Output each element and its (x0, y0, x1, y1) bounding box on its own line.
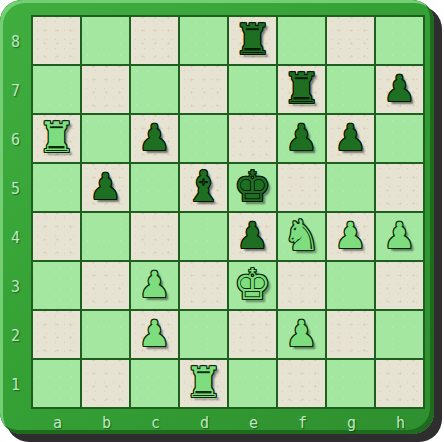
rank-label-7: 7 (0, 66, 31, 115)
square-f3[interactable] (278, 262, 325, 309)
square-g6[interactable]: ♟ (327, 115, 374, 162)
file-label-d: d (180, 412, 229, 434)
square-g7[interactable] (327, 66, 374, 113)
rank-label-1: 1 (0, 360, 31, 409)
chess-board: ♜♜♟♜♟♟♟♟♝♚♟♞♟♟♟♚♟♟♜ (31, 15, 425, 409)
square-h7[interactable]: ♟ (376, 66, 423, 113)
square-f7[interactable]: ♜ (278, 66, 325, 113)
square-f1[interactable] (278, 360, 325, 407)
square-a4[interactable] (33, 213, 80, 260)
rank-labels: 87654321 (0, 17, 31, 409)
square-h8[interactable] (376, 17, 423, 64)
square-d7[interactable] (180, 66, 227, 113)
square-a8[interactable] (33, 17, 80, 64)
rank-label-4: 4 (0, 213, 31, 262)
white-rook[interactable]: ♜ (185, 362, 223, 404)
square-b3[interactable] (82, 262, 129, 309)
square-f2[interactable]: ♟ (278, 311, 325, 358)
chess-app-window: 87654321 ♜♜♟♜♟♟♟♟♝♚♟♞♟♟♟♚♟♟♜ abcdefgh (0, 0, 444, 442)
square-a1[interactable] (33, 360, 80, 407)
square-b1[interactable] (82, 360, 129, 407)
black-pawn[interactable]: ♟ (138, 120, 170, 156)
white-rook[interactable]: ♜ (38, 117, 76, 159)
white-knight[interactable]: ♞ (283, 215, 321, 257)
square-c5[interactable] (131, 164, 178, 211)
square-g8[interactable] (327, 17, 374, 64)
square-b8[interactable] (82, 17, 129, 64)
square-d3[interactable] (180, 262, 227, 309)
black-pawn[interactable]: ♟ (383, 71, 415, 107)
square-d1[interactable]: ♜ (180, 360, 227, 407)
square-e3[interactable]: ♚ (229, 262, 276, 309)
square-b7[interactable] (82, 66, 129, 113)
file-label-b: b (82, 412, 131, 434)
rank-label-3: 3 (0, 262, 31, 311)
square-h4[interactable]: ♟ (376, 213, 423, 260)
white-pawn[interactable]: ♟ (285, 316, 317, 352)
square-e8[interactable]: ♜ (229, 17, 276, 64)
square-f6[interactable]: ♟ (278, 115, 325, 162)
square-a5[interactable] (33, 164, 80, 211)
square-b5[interactable]: ♟ (82, 164, 129, 211)
square-c4[interactable] (131, 213, 178, 260)
square-h3[interactable] (376, 262, 423, 309)
file-labels: abcdefgh (33, 412, 425, 434)
square-h5[interactable] (376, 164, 423, 211)
square-f5[interactable] (278, 164, 325, 211)
file-label-g: g (327, 412, 376, 434)
square-h6[interactable] (376, 115, 423, 162)
white-pawn[interactable]: ♟ (383, 218, 415, 254)
square-d2[interactable] (180, 311, 227, 358)
black-king[interactable]: ♚ (234, 166, 272, 208)
black-bishop[interactable]: ♝ (185, 166, 223, 208)
square-e7[interactable] (229, 66, 276, 113)
square-e1[interactable] (229, 360, 276, 407)
file-label-f: f (278, 412, 327, 434)
square-h1[interactable] (376, 360, 423, 407)
square-g5[interactable] (327, 164, 374, 211)
rank-label-2: 2 (0, 311, 31, 360)
white-pawn[interactable]: ♟ (138, 316, 170, 352)
square-d5[interactable]: ♝ (180, 164, 227, 211)
square-e6[interactable] (229, 115, 276, 162)
square-e4[interactable]: ♟ (229, 213, 276, 260)
square-c2[interactable]: ♟ (131, 311, 178, 358)
square-h2[interactable] (376, 311, 423, 358)
file-label-h: h (376, 412, 425, 434)
white-king[interactable]: ♚ (234, 264, 272, 306)
rank-label-6: 6 (0, 115, 31, 164)
black-rook[interactable]: ♜ (283, 68, 321, 110)
black-pawn[interactable]: ♟ (334, 120, 366, 156)
white-pawn[interactable]: ♟ (334, 218, 366, 254)
square-e5[interactable]: ♚ (229, 164, 276, 211)
square-d6[interactable] (180, 115, 227, 162)
square-d8[interactable] (180, 17, 227, 64)
square-b4[interactable] (82, 213, 129, 260)
file-label-c: c (131, 412, 180, 434)
square-c6[interactable]: ♟ (131, 115, 178, 162)
square-d4[interactable] (180, 213, 227, 260)
file-label-e: e (229, 412, 278, 434)
black-pawn[interactable]: ♟ (89, 169, 121, 205)
board-frame: 87654321 ♜♜♟♜♟♟♟♟♝♚♟♞♟♟♟♚♟♟♜ abcdefgh (0, 0, 434, 434)
square-f8[interactable] (278, 17, 325, 64)
file-label-a: a (33, 412, 82, 434)
square-a3[interactable] (33, 262, 80, 309)
square-g2[interactable] (327, 311, 374, 358)
square-c8[interactable] (131, 17, 178, 64)
rank-label-8: 8 (0, 17, 31, 66)
square-b6[interactable] (82, 115, 129, 162)
square-g1[interactable] (327, 360, 374, 407)
rank-label-5: 5 (0, 164, 31, 213)
black-pawn[interactable]: ♟ (236, 218, 268, 254)
square-a2[interactable] (33, 311, 80, 358)
black-pawn[interactable]: ♟ (285, 120, 317, 156)
square-c1[interactable] (131, 360, 178, 407)
white-pawn[interactable]: ♟ (138, 267, 170, 303)
square-a6[interactable]: ♜ (33, 115, 80, 162)
black-rook[interactable]: ♜ (234, 19, 272, 61)
square-c3[interactable]: ♟ (131, 262, 178, 309)
square-g4[interactable]: ♟ (327, 213, 374, 260)
square-f4[interactable]: ♞ (278, 213, 325, 260)
square-c7[interactable] (131, 66, 178, 113)
square-a7[interactable] (33, 66, 80, 113)
square-g3[interactable] (327, 262, 374, 309)
square-e2[interactable] (229, 311, 276, 358)
square-b2[interactable] (82, 311, 129, 358)
